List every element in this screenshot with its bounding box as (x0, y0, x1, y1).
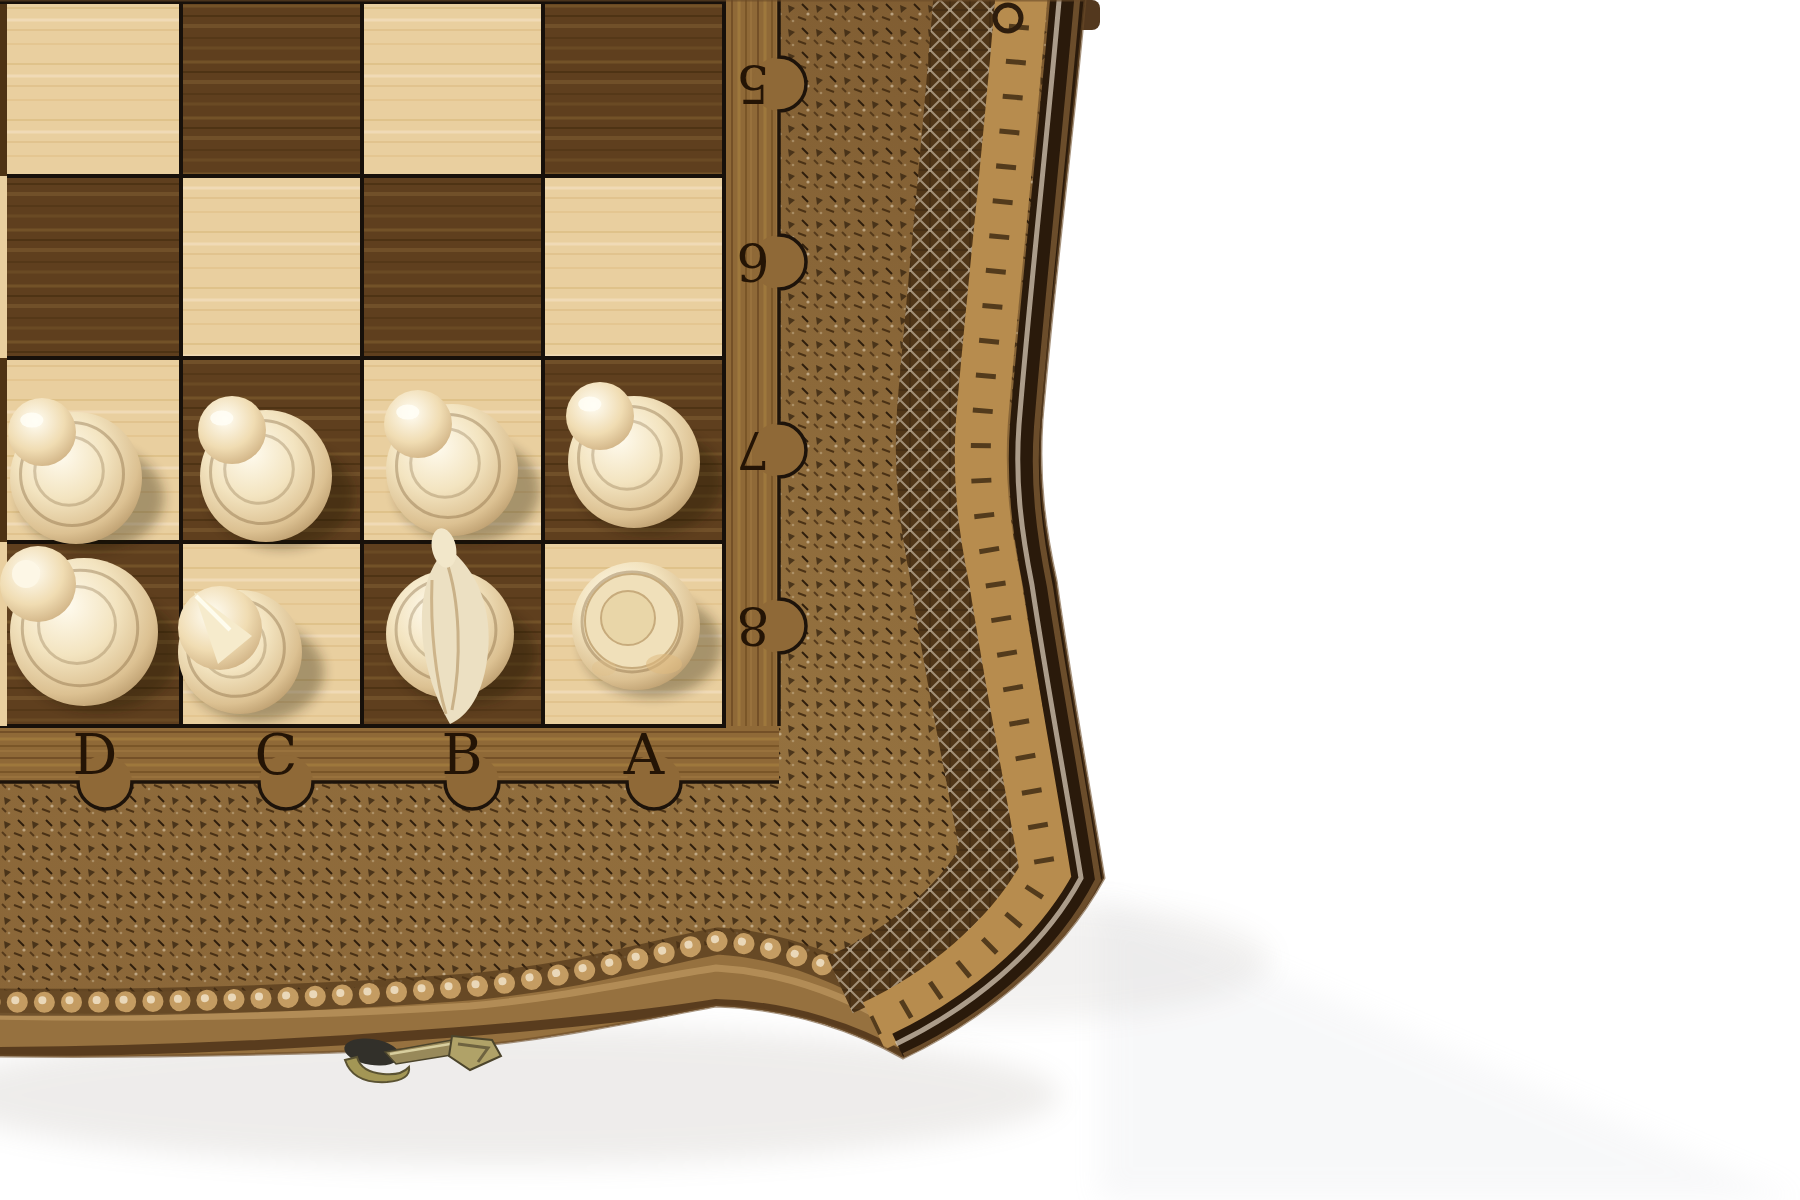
square-B5[interactable] (362, 0, 543, 176)
edge-sliver (0, 0, 7, 176)
square-B6[interactable] (362, 176, 543, 358)
chessboard-photo: 5 6 7 8 D C B A (0, 0, 1800, 1200)
rank-label-8: 8 (736, 596, 769, 656)
square-D5[interactable] (0, 0, 181, 176)
square-A5[interactable] (543, 0, 724, 176)
photo-stage: 5 6 7 8 D C B A (0, 0, 1800, 1200)
edge-file-slivers (0, 0, 7, 726)
edge-sliver (0, 176, 7, 358)
square-A6[interactable] (543, 176, 724, 358)
file-label-a: A (623, 722, 665, 787)
file-label-d: D (73, 722, 118, 787)
file-label-c: C (255, 722, 298, 787)
edge-sliver (0, 358, 7, 542)
square-D6[interactable] (0, 176, 181, 358)
square-C6[interactable] (181, 176, 362, 358)
rank-label-5: 5 (736, 54, 769, 114)
file-label-b: B (441, 722, 482, 787)
rank-label-7: 7 (736, 420, 769, 480)
rank-label-6: 6 (736, 232, 769, 292)
square-C5[interactable] (181, 0, 362, 176)
board: 5 6 7 8 D C B A (0, 0, 1200, 1100)
